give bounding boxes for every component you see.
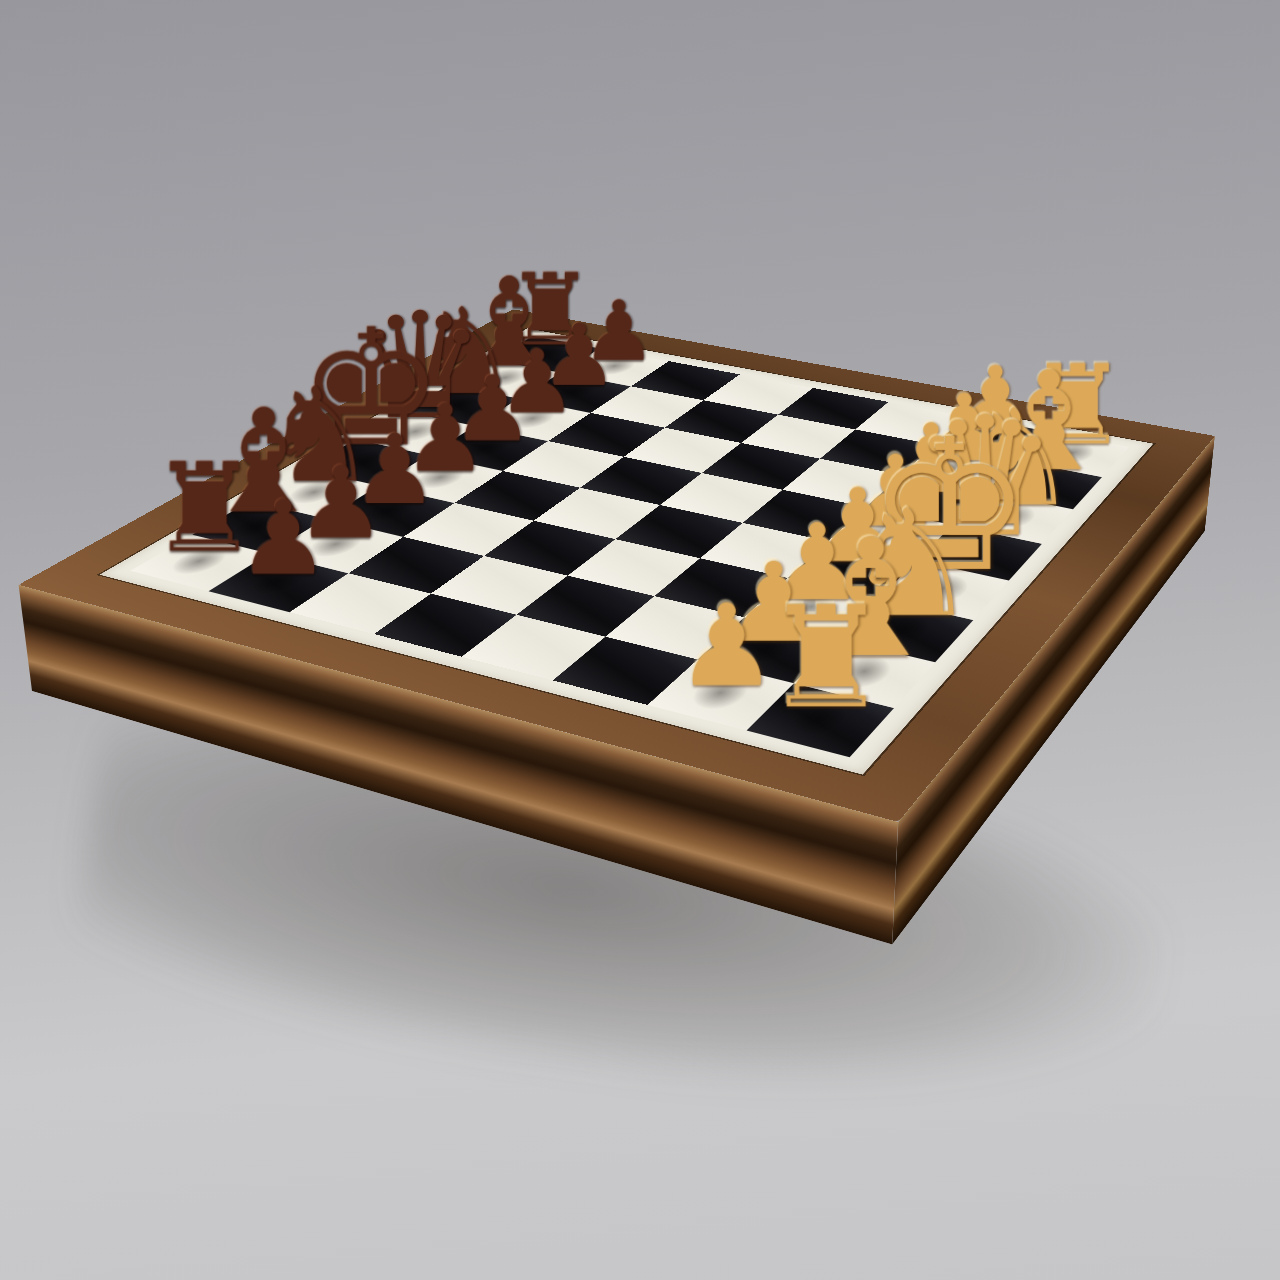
piece-black-pawn-a7: ♟ xyxy=(237,486,330,589)
piece-white-pawn-a2: ♟ xyxy=(675,589,777,703)
photo-stage: ♜♝♞♚♛♞♝♜♟♟♟♟♟♟♟♟♟♟♟♟♟♟♟♟♜♝♞♚♛♞♝♜ xyxy=(0,0,1280,1280)
square-a1: ♜ xyxy=(747,683,895,757)
piece-white-rook-a1: ♜ xyxy=(763,587,889,727)
